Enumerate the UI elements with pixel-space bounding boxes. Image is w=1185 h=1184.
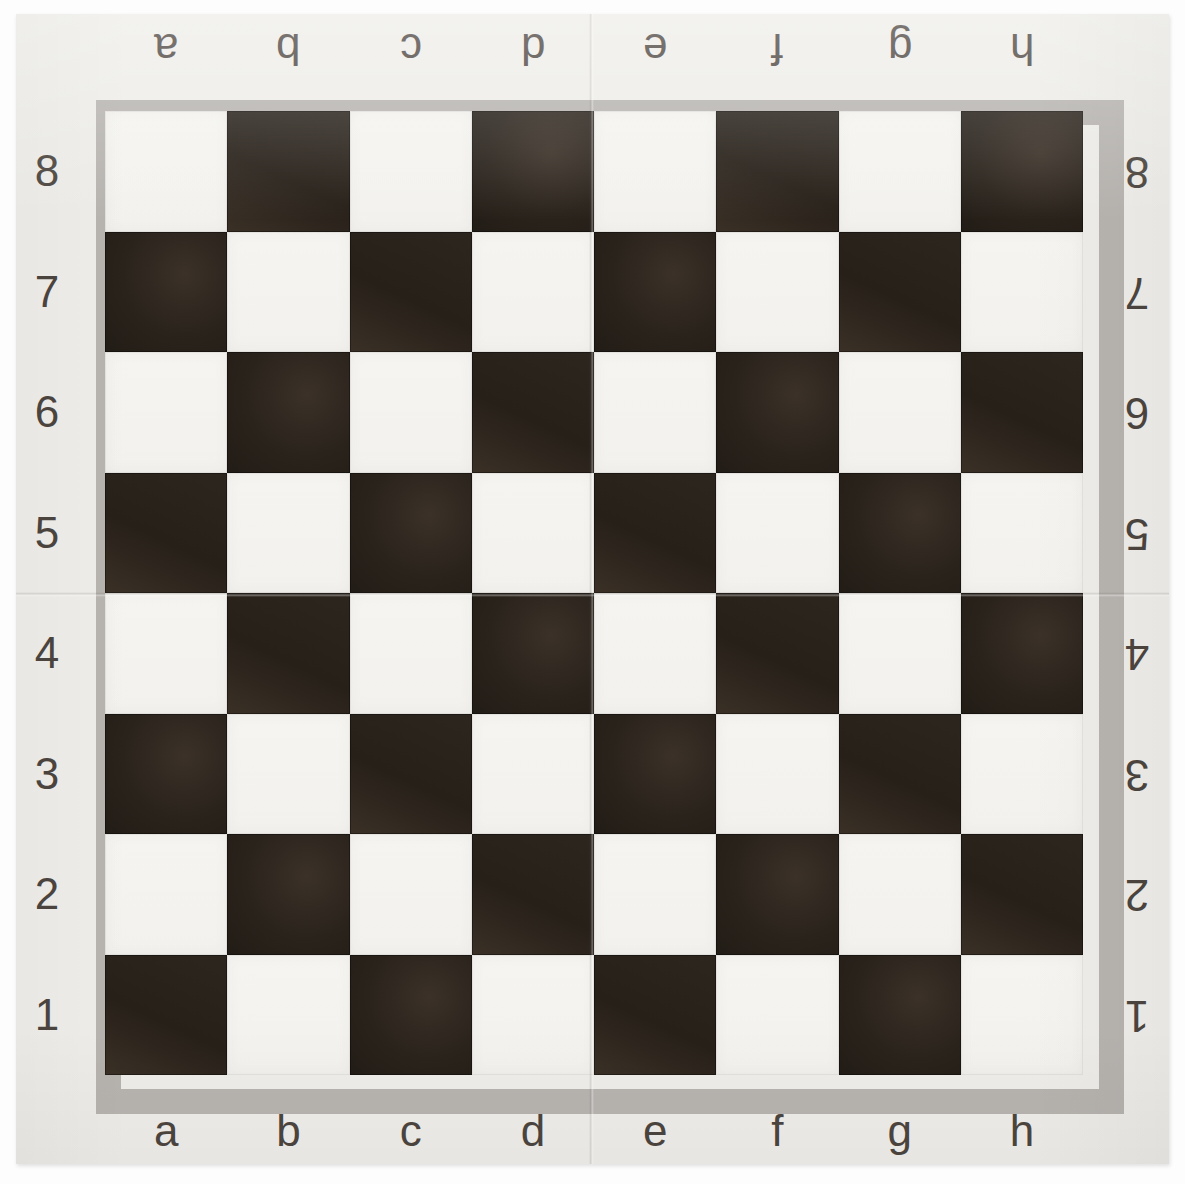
file-label-top-f: f [716, 22, 838, 76]
file-labels-bottom: abcdefgh [105, 1102, 1083, 1160]
square-g1[interactable] [839, 955, 961, 1076]
square-d5[interactable] [472, 473, 594, 594]
square-d4[interactable] [472, 593, 594, 714]
square-f6[interactable] [716, 352, 838, 473]
square-d1[interactable] [472, 955, 594, 1076]
square-a5[interactable] [105, 473, 227, 594]
square-b8[interactable] [227, 111, 349, 232]
chess-board [105, 111, 1083, 1075]
square-c7[interactable] [350, 232, 472, 353]
square-e5[interactable] [594, 473, 716, 594]
square-g3[interactable] [839, 714, 961, 835]
photo-canvas: { "game": "chess", "board_type": "foldin… [0, 0, 1185, 1184]
square-g4[interactable] [839, 593, 961, 714]
square-b5[interactable] [227, 473, 349, 594]
rank-label-left-7: 7 [16, 232, 78, 353]
square-f8[interactable] [716, 111, 838, 232]
square-a6[interactable] [105, 352, 227, 473]
file-label-top-e: e [594, 22, 716, 76]
square-g5[interactable] [839, 473, 961, 594]
square-d3[interactable] [472, 714, 594, 835]
square-h2[interactable] [961, 834, 1083, 955]
square-b4[interactable] [227, 593, 349, 714]
file-label-top-g: g [839, 22, 961, 76]
file-label-bottom-b: b [227, 1102, 349, 1160]
square-c1[interactable] [350, 955, 472, 1076]
file-label-bottom-e: e [594, 1102, 716, 1160]
square-d6[interactable] [472, 352, 594, 473]
rank-labels-right: 87654321 [1108, 111, 1166, 1075]
square-g2[interactable] [839, 834, 961, 955]
rank-label-left-2: 2 [16, 834, 78, 955]
file-label-bottom-d: d [472, 1102, 594, 1160]
square-h3[interactable] [961, 714, 1083, 835]
square-a1[interactable] [105, 955, 227, 1076]
square-c2[interactable] [350, 834, 472, 955]
rank-label-left-6: 6 [16, 352, 78, 473]
square-f5[interactable] [716, 473, 838, 594]
rank-label-left-3: 3 [16, 714, 78, 835]
file-label-bottom-f: f [716, 1102, 838, 1160]
square-f1[interactable] [716, 955, 838, 1076]
file-label-bottom-c: c [350, 1102, 472, 1160]
file-label-bottom-g: g [839, 1102, 961, 1160]
square-b2[interactable] [227, 834, 349, 955]
square-b1[interactable] [227, 955, 349, 1076]
square-h7[interactable] [961, 232, 1083, 353]
square-a7[interactable] [105, 232, 227, 353]
square-c4[interactable] [350, 593, 472, 714]
square-b6[interactable] [227, 352, 349, 473]
rank-label-left-4: 4 [16, 593, 78, 714]
square-g7[interactable] [839, 232, 961, 353]
rank-label-left-8: 8 [16, 111, 78, 232]
file-labels-top: abcdefgh [105, 22, 1083, 76]
file-label-bottom-h: h [961, 1102, 1083, 1160]
file-label-top-c: c [350, 22, 472, 76]
square-b7[interactable] [227, 232, 349, 353]
square-h4[interactable] [961, 593, 1083, 714]
file-label-bottom-a: a [105, 1102, 227, 1160]
square-a3[interactable] [105, 714, 227, 835]
square-h6[interactable] [961, 352, 1083, 473]
square-f2[interactable] [716, 834, 838, 955]
square-h1[interactable] [961, 955, 1083, 1076]
rank-label-right-1: 1 [1108, 955, 1166, 1076]
file-label-top-b: b [227, 22, 349, 76]
square-e8[interactable] [594, 111, 716, 232]
rank-label-right-7: 7 [1108, 232, 1166, 353]
square-e7[interactable] [594, 232, 716, 353]
rank-labels-left: 87654321 [16, 111, 78, 1075]
square-h5[interactable] [961, 473, 1083, 594]
square-a4[interactable] [105, 593, 227, 714]
rank-label-right-4: 4 [1108, 593, 1166, 714]
square-g8[interactable] [839, 111, 961, 232]
file-label-top-a: a [105, 22, 227, 76]
rank-label-right-2: 2 [1108, 834, 1166, 955]
square-f3[interactable] [716, 714, 838, 835]
rank-label-left-1: 1 [16, 955, 78, 1076]
square-c8[interactable] [350, 111, 472, 232]
rank-label-left-5: 5 [16, 473, 78, 594]
square-e4[interactable] [594, 593, 716, 714]
square-c6[interactable] [350, 352, 472, 473]
file-label-top-h: h [961, 22, 1083, 76]
square-e6[interactable] [594, 352, 716, 473]
square-f4[interactable] [716, 593, 838, 714]
rank-label-right-3: 3 [1108, 714, 1166, 835]
chessboard-sheet: abcdefgh abcdefgh 87654321 87654321 [16, 14, 1169, 1164]
file-label-top-d: d [472, 22, 594, 76]
square-a8[interactable] [105, 111, 227, 232]
square-c3[interactable] [350, 714, 472, 835]
square-d2[interactable] [472, 834, 594, 955]
rank-label-right-5: 5 [1108, 473, 1166, 594]
square-b3[interactable] [227, 714, 349, 835]
square-d7[interactable] [472, 232, 594, 353]
square-g6[interactable] [839, 352, 961, 473]
square-e3[interactable] [594, 714, 716, 835]
square-a2[interactable] [105, 834, 227, 955]
square-e2[interactable] [594, 834, 716, 955]
rank-label-right-8: 8 [1108, 111, 1166, 232]
square-c5[interactable] [350, 473, 472, 594]
square-d8[interactable] [472, 111, 594, 232]
square-h8[interactable] [961, 111, 1083, 232]
rank-label-right-6: 6 [1108, 352, 1166, 473]
square-f7[interactable] [716, 232, 838, 353]
square-e1[interactable] [594, 955, 716, 1076]
